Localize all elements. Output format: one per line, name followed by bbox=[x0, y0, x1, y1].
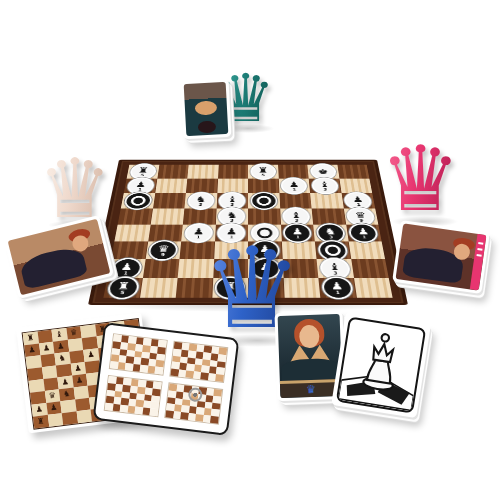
disc-black-P[interactable]: ♟1 bbox=[321, 276, 354, 299]
board-cell[interactable]: ♟1 bbox=[341, 193, 375, 208]
board-cell[interactable] bbox=[150, 209, 184, 225]
board-cell[interactable] bbox=[121, 193, 155, 208]
board-cell[interactable] bbox=[142, 259, 179, 278]
board-cell[interactable] bbox=[315, 241, 351, 259]
board-cell[interactable] bbox=[310, 193, 343, 208]
diagram-cell: ♜ bbox=[33, 415, 49, 429]
board-cell[interactable] bbox=[354, 278, 393, 298]
disc-white-N[interactable]: ♞3 bbox=[187, 192, 215, 210]
board-cell[interactable] bbox=[248, 193, 280, 208]
board-cell[interactable] bbox=[351, 259, 389, 278]
card-art-beth-overhead bbox=[184, 82, 229, 136]
board-cell[interactable] bbox=[218, 165, 248, 179]
board-cell[interactable]: ♞3 bbox=[313, 225, 348, 242]
board-cell[interactable] bbox=[348, 241, 385, 259]
mini-puzzle-board bbox=[109, 333, 168, 375]
diagram-cell bbox=[62, 411, 78, 425]
board-cell[interactable] bbox=[312, 209, 346, 225]
board-cell[interactable] bbox=[248, 179, 279, 194]
card-art-beth-reclining-banner bbox=[396, 223, 487, 290]
head-shape bbox=[198, 121, 217, 134]
board-cell[interactable] bbox=[111, 241, 148, 259]
disc-white-P[interactable]: ♟1 bbox=[281, 177, 308, 194]
ivory-queen-piece[interactable]: ♛ bbox=[38, 148, 112, 230]
board-cell[interactable] bbox=[153, 193, 186, 208]
disc-white-R[interactable]: ♜5 bbox=[250, 164, 276, 180]
board-cell[interactable] bbox=[157, 165, 189, 179]
board-cell[interactable] bbox=[337, 165, 369, 179]
disc-black-R[interactable]: ♜5 bbox=[106, 276, 140, 299]
board-cell[interactable] bbox=[140, 278, 178, 298]
disc-black-P[interactable]: ♟1 bbox=[348, 223, 379, 242]
board-cell[interactable]: ♜5 bbox=[103, 278, 142, 298]
board-cell[interactable] bbox=[155, 179, 187, 194]
diagram-cell bbox=[47, 413, 63, 427]
board-cell[interactable] bbox=[114, 225, 150, 242]
disc-black-ring[interactable] bbox=[123, 192, 153, 210]
blue-piece-icon: ♛ bbox=[306, 384, 316, 395]
mini-puzzle-board bbox=[104, 375, 163, 417]
board-cell[interactable]: ♟1 bbox=[107, 259, 145, 278]
board-cell[interactable] bbox=[217, 179, 248, 194]
board-cell[interactable]: ♟1 bbox=[278, 179, 310, 194]
puzzle-cell bbox=[150, 409, 158, 417]
board-cell[interactable]: ♝3 bbox=[216, 193, 248, 208]
board-cell[interactable] bbox=[278, 165, 309, 179]
puzzle-cell bbox=[216, 374, 224, 382]
board-cell[interactable] bbox=[186, 179, 218, 194]
board-cell[interactable]: ♝3 bbox=[309, 179, 341, 194]
pink-queen-piece[interactable]: ♛ bbox=[380, 134, 461, 224]
board-cell[interactable] bbox=[187, 165, 218, 179]
board-cell[interactable]: ♝3 bbox=[317, 259, 354, 278]
queen-ink-drawing bbox=[338, 319, 424, 412]
board-cell[interactable]: ♛9 bbox=[343, 209, 378, 225]
board-cell[interactable]: ♞3 bbox=[184, 193, 217, 208]
board-cell[interactable] bbox=[118, 209, 153, 225]
board-cell[interactable] bbox=[148, 225, 183, 242]
board-cell[interactable]: ♚ bbox=[307, 165, 339, 179]
disc-black-Q[interactable]: ♛9 bbox=[148, 240, 179, 260]
drawing-frame bbox=[336, 316, 426, 413]
board-cell[interactable]: ♟1 bbox=[124, 179, 157, 194]
board-cell[interactable]: ♜5 bbox=[127, 165, 159, 179]
board-cell[interactable] bbox=[339, 179, 372, 194]
disc-black-ring[interactable] bbox=[250, 192, 277, 210]
card-art-beth-portrait: ♛ bbox=[278, 314, 343, 398]
hands-shape bbox=[195, 100, 218, 115]
puzzle-cell bbox=[155, 367, 163, 375]
mini-puzzle-board bbox=[169, 341, 228, 383]
board-cell[interactable]: ♛9 bbox=[145, 241, 181, 259]
card-deck-top[interactable] bbox=[181, 79, 232, 139]
diagram-cell bbox=[76, 410, 92, 424]
board-cell[interactable]: ♜5 bbox=[248, 165, 278, 179]
board-cell[interactable] bbox=[279, 193, 312, 208]
board-cell[interactable]: ♟1 bbox=[346, 225, 382, 242]
queen-drawing-card[interactable] bbox=[331, 312, 431, 418]
disc-white-B[interactable]: ♝3 bbox=[311, 177, 339, 194]
card-deck-right[interactable] bbox=[392, 220, 490, 294]
puzzle-sheet[interactable] bbox=[93, 322, 240, 436]
board-cell[interactable]: ♟1 bbox=[318, 278, 356, 298]
puzzle-cell bbox=[210, 416, 218, 424]
